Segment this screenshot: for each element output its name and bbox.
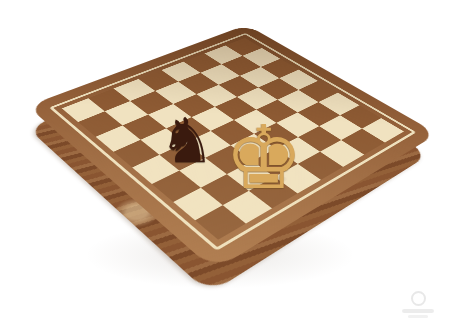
watermark-text-blur: [402, 309, 434, 313]
black-knight-piece[interactable]: ♞: [159, 110, 215, 172]
white-king-piece[interactable]: ♚: [225, 114, 304, 202]
watermark-text-blur-2: [408, 315, 428, 318]
watermark-logo-icon: [411, 291, 426, 306]
photo-watermark: [398, 291, 438, 318]
product-photo-stage: ♞♚: [0, 0, 450, 329]
